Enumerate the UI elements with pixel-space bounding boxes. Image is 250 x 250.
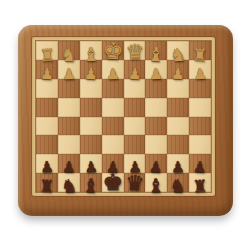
- board-square: [124, 173, 146, 192]
- board-square: [36, 173, 58, 192]
- board-square: [167, 79, 189, 98]
- board-square: [167, 60, 189, 79]
- board-square: [80, 154, 102, 173]
- board-grid: [36, 41, 211, 192]
- board-square: [145, 79, 167, 98]
- board-square: [58, 173, 80, 192]
- chess-board: ♜♞♝♚♛♝♞♜♟♟♟♟♟♟♟♟♟♟♟♟♟♟♟♟♜♞♝♚♛♝♞♜: [18, 25, 233, 216]
- board-square: [102, 41, 124, 60]
- board-square: [58, 79, 80, 98]
- board-square: [189, 98, 211, 117]
- board-square: [102, 60, 124, 79]
- board-square: [58, 117, 80, 136]
- product-photo: ♜♞♝♚♛♝♞♜♟♟♟♟♟♟♟♟♟♟♟♟♟♟♟♟♜♞♝♚♛♝♞♜: [0, 0, 250, 250]
- board-square: [36, 98, 58, 117]
- board-square: [58, 60, 80, 79]
- board-square: [167, 135, 189, 154]
- board-square: [145, 173, 167, 192]
- board-square: [80, 135, 102, 154]
- board-square: [102, 79, 124, 98]
- board-square: [36, 41, 58, 60]
- board-square: [167, 117, 189, 136]
- board-square: [145, 60, 167, 79]
- board-square: [189, 60, 211, 79]
- board-square: [80, 60, 102, 79]
- board-square: [124, 60, 146, 79]
- board-square: [189, 117, 211, 136]
- board-square: [80, 41, 102, 60]
- board-surface: ♜♞♝♚♛♝♞♜♟♟♟♟♟♟♟♟♟♟♟♟♟♟♟♟♜♞♝♚♛♝♞♜: [32, 37, 215, 196]
- board-square: [36, 60, 58, 79]
- board-square: [80, 173, 102, 192]
- board-square: [80, 79, 102, 98]
- board-square: [189, 173, 211, 192]
- board-square: [145, 154, 167, 173]
- board-square: [58, 41, 80, 60]
- board-square: [145, 98, 167, 117]
- board-square: [189, 154, 211, 173]
- board-square: [189, 41, 211, 60]
- board-square: [102, 154, 124, 173]
- board-square: [167, 173, 189, 192]
- board-square: [124, 79, 146, 98]
- board-square: [145, 41, 167, 60]
- board-square: [102, 98, 124, 117]
- board-square: [167, 154, 189, 173]
- board-square: [189, 135, 211, 154]
- board-square: [58, 135, 80, 154]
- board-square: [124, 135, 146, 154]
- board-square: [102, 173, 124, 192]
- board-square: [58, 154, 80, 173]
- board-square: [80, 98, 102, 117]
- board-square: [36, 135, 58, 154]
- board-square: [80, 117, 102, 136]
- board-square: [36, 79, 58, 98]
- board-square: [167, 41, 189, 60]
- board-square: [124, 41, 146, 60]
- board-square: [124, 98, 146, 117]
- board-square: [102, 135, 124, 154]
- board-square: [102, 117, 124, 136]
- board-square: [145, 135, 167, 154]
- board-square: [36, 117, 58, 136]
- board-square: [145, 117, 167, 136]
- board-square: [124, 154, 146, 173]
- board-square: [58, 98, 80, 117]
- board-square: [36, 154, 58, 173]
- board-square: [167, 98, 189, 117]
- board-square: [189, 79, 211, 98]
- board-square: [124, 117, 146, 136]
